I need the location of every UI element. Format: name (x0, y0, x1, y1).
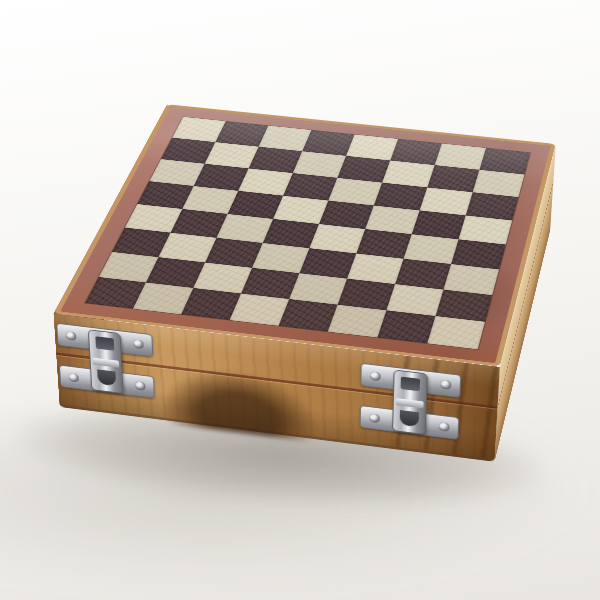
square-g1 (377, 310, 435, 343)
latch-hasp (392, 369, 428, 435)
latch-screw (135, 381, 146, 391)
square-e2 (289, 273, 347, 304)
square-a2 (99, 252, 159, 283)
square-h3 (443, 264, 499, 295)
square-h6 (466, 192, 519, 220)
wood-grain-knot (148, 339, 327, 444)
square-e1 (279, 299, 338, 332)
latch-screw (133, 339, 144, 349)
square-h4 (451, 239, 506, 269)
latch-screw (369, 413, 380, 423)
square-f8 (390, 139, 442, 165)
latch-screw (439, 422, 450, 432)
square-a1 (85, 277, 146, 309)
product-photo (0, 0, 600, 600)
chess-board (85, 117, 530, 349)
square-c2 (193, 262, 252, 293)
square-c4 (217, 214, 274, 243)
square-f2 (338, 279, 396, 311)
square-f5 (365, 205, 419, 234)
hasp-hook (97, 369, 116, 386)
square-g5 (412, 210, 466, 239)
square-a4 (125, 204, 182, 233)
latch-right (360, 363, 462, 444)
square-g4 (404, 234, 459, 264)
scene (0, 0, 600, 600)
square-f1 (328, 305, 387, 338)
square-h5 (459, 215, 513, 244)
latch-screw (370, 371, 381, 381)
latch-screw (66, 331, 77, 341)
square-g2 (386, 284, 443, 316)
square-d1 (230, 294, 290, 326)
square-e4 (309, 224, 365, 253)
square-h1 (427, 316, 485, 349)
chess-box (53, 104, 555, 367)
hasp-slot (95, 336, 114, 350)
hasp-bar (396, 398, 424, 408)
square-b3 (158, 233, 216, 263)
latch-screw (440, 380, 451, 390)
square-b1 (133, 282, 193, 314)
hasp-hook (400, 410, 419, 427)
latch-left (56, 323, 155, 402)
hasp-slot (401, 377, 421, 392)
latch-screw (68, 373, 79, 383)
square-f3 (347, 253, 403, 284)
square-g7 (427, 165, 479, 192)
hasp-bar (93, 358, 120, 368)
latch-hasp (88, 329, 124, 394)
square-d3 (252, 243, 309, 273)
